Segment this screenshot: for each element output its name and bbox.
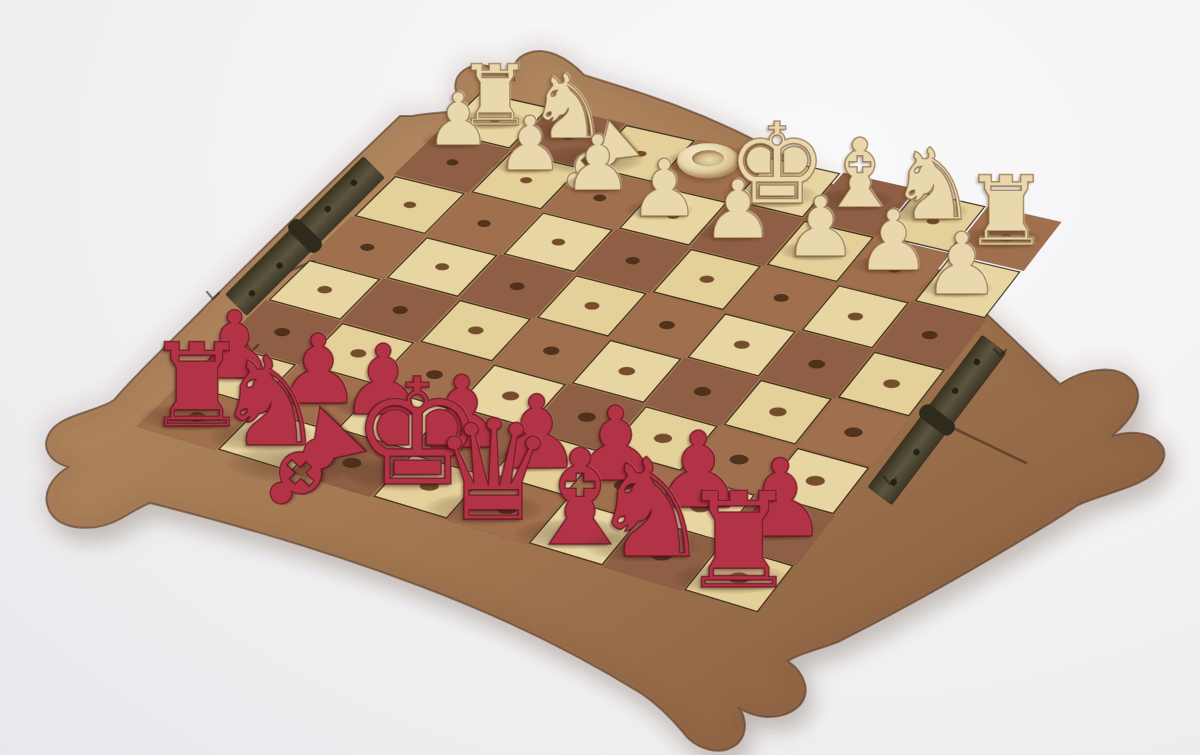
red-rook-h1[interactable]: ♜ bbox=[680, 482, 799, 601]
white-pawn-e7[interactable]: ♟ bbox=[701, 174, 774, 247]
antique-chess-set-photo: ♜♞♝♚♝♞♜♟♟♟♟♟♟♟♟♜♞♝♚♛♝♞♜♟♟♟♟♟♟♟♟ bbox=[0, 0, 1200, 755]
white-pawn-c7[interactable]: ♟ bbox=[563, 129, 632, 199]
white-pawn-h7[interactable]: ♟ bbox=[923, 225, 1001, 303]
white-pawn-g7[interactable]: ♟ bbox=[855, 204, 931, 280]
white-pawn-b7[interactable]: ♟ bbox=[496, 111, 564, 179]
white-pawn-d7[interactable]: ♟ bbox=[629, 152, 700, 224]
white-pawn-f7[interactable]: ♟ bbox=[783, 191, 858, 266]
white-pawn-a7[interactable]: ♟ bbox=[426, 88, 492, 154]
